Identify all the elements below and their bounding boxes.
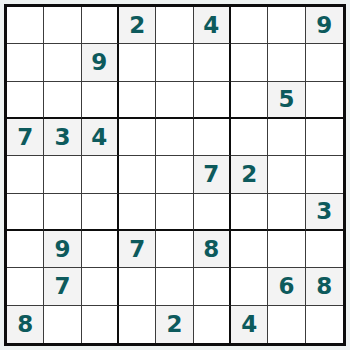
cell-r3c8: 5 bbox=[268, 82, 305, 119]
cell-r5c8[interactable] bbox=[268, 156, 305, 193]
cell-r9c7: 4 bbox=[231, 306, 268, 343]
cell-r9c4[interactable] bbox=[119, 306, 156, 343]
cell-r6c1[interactable] bbox=[7, 194, 44, 231]
cell-r8c4[interactable] bbox=[119, 268, 156, 305]
cell-r5c9[interactable] bbox=[306, 156, 343, 193]
cell-r7c9[interactable] bbox=[306, 231, 343, 268]
cell-r5c4[interactable] bbox=[119, 156, 156, 193]
cell-r7c3[interactable] bbox=[82, 231, 119, 268]
cell-r6c6[interactable] bbox=[194, 194, 231, 231]
cell-r2c7[interactable] bbox=[231, 44, 268, 81]
cell-r2c9[interactable] bbox=[306, 44, 343, 81]
cell-r9c3[interactable] bbox=[82, 306, 119, 343]
cell-r8c3[interactable] bbox=[82, 268, 119, 305]
cell-r6c8[interactable] bbox=[268, 194, 305, 231]
cell-r1c8[interactable] bbox=[268, 7, 305, 44]
cell-r6c4[interactable] bbox=[119, 194, 156, 231]
cell-r5c5[interactable] bbox=[156, 156, 193, 193]
cell-r7c2: 9 bbox=[44, 231, 81, 268]
cell-r5c6: 7 bbox=[194, 156, 231, 193]
cell-r7c1[interactable] bbox=[7, 231, 44, 268]
cell-r7c7[interactable] bbox=[231, 231, 268, 268]
cell-r2c5[interactable] bbox=[156, 44, 193, 81]
cell-r4c6[interactable] bbox=[194, 119, 231, 156]
cell-r2c1[interactable] bbox=[7, 44, 44, 81]
cell-r6c2[interactable] bbox=[44, 194, 81, 231]
cell-r1c5[interactable] bbox=[156, 7, 193, 44]
cell-r8c5[interactable] bbox=[156, 268, 193, 305]
cell-r3c1[interactable] bbox=[7, 82, 44, 119]
cell-r9c6[interactable] bbox=[194, 306, 231, 343]
cell-r9c1: 8 bbox=[7, 306, 44, 343]
cell-r3c5[interactable] bbox=[156, 82, 193, 119]
cell-r1c9: 9 bbox=[306, 7, 343, 44]
cell-r4c7[interactable] bbox=[231, 119, 268, 156]
cell-r4c5[interactable] bbox=[156, 119, 193, 156]
cell-r2c6[interactable] bbox=[194, 44, 231, 81]
cell-r5c7: 2 bbox=[231, 156, 268, 193]
cell-r7c6: 8 bbox=[194, 231, 231, 268]
cell-r1c6: 4 bbox=[194, 7, 231, 44]
cell-r7c5[interactable] bbox=[156, 231, 193, 268]
cell-r9c2[interactable] bbox=[44, 306, 81, 343]
cell-r1c7[interactable] bbox=[231, 7, 268, 44]
cell-r8c7[interactable] bbox=[231, 268, 268, 305]
cell-r4c2: 3 bbox=[44, 119, 81, 156]
cell-r3c7[interactable] bbox=[231, 82, 268, 119]
cell-r1c3[interactable] bbox=[82, 7, 119, 44]
cell-r8c9: 8 bbox=[306, 268, 343, 305]
cell-r4c1: 7 bbox=[7, 119, 44, 156]
cell-r4c3: 4 bbox=[82, 119, 119, 156]
cell-r5c2[interactable] bbox=[44, 156, 81, 193]
cell-r5c3[interactable] bbox=[82, 156, 119, 193]
cell-r3c9[interactable] bbox=[306, 82, 343, 119]
cell-r7c8[interactable] bbox=[268, 231, 305, 268]
cell-r3c3[interactable] bbox=[82, 82, 119, 119]
cell-r2c3: 9 bbox=[82, 44, 119, 81]
sudoku-board: 24995734723978768824 bbox=[4, 4, 346, 346]
cell-r2c4[interactable] bbox=[119, 44, 156, 81]
cell-r6c5[interactable] bbox=[156, 194, 193, 231]
cell-r3c2[interactable] bbox=[44, 82, 81, 119]
cell-r8c1[interactable] bbox=[7, 268, 44, 305]
cell-r5c1[interactable] bbox=[7, 156, 44, 193]
cell-r6c9: 3 bbox=[306, 194, 343, 231]
cell-r4c9[interactable] bbox=[306, 119, 343, 156]
cell-r6c7[interactable] bbox=[231, 194, 268, 231]
cell-r2c8[interactable] bbox=[268, 44, 305, 81]
cell-r8c8: 6 bbox=[268, 268, 305, 305]
cell-r1c2[interactable] bbox=[44, 7, 81, 44]
cell-r8c2: 7 bbox=[44, 268, 81, 305]
cell-r4c8[interactable] bbox=[268, 119, 305, 156]
cell-r7c4: 7 bbox=[119, 231, 156, 268]
cell-r1c4: 2 bbox=[119, 7, 156, 44]
cell-r9c5: 2 bbox=[156, 306, 193, 343]
cell-r9c9[interactable] bbox=[306, 306, 343, 343]
cell-r8c6[interactable] bbox=[194, 268, 231, 305]
cell-r1c1[interactable] bbox=[7, 7, 44, 44]
cell-r6c3[interactable] bbox=[82, 194, 119, 231]
cell-r3c6[interactable] bbox=[194, 82, 231, 119]
cell-r2c2[interactable] bbox=[44, 44, 81, 81]
cell-r9c8[interactable] bbox=[268, 306, 305, 343]
cell-r3c4[interactable] bbox=[119, 82, 156, 119]
cell-r4c4[interactable] bbox=[119, 119, 156, 156]
